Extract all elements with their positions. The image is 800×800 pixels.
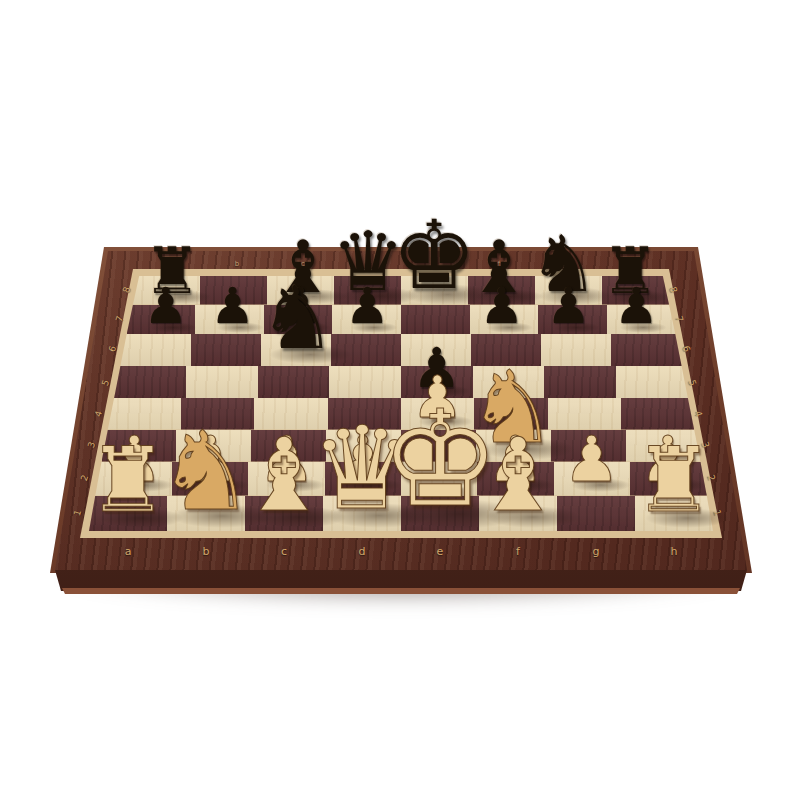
chess-board-scene: abcdefghabcdefgh8765432187654321 ♜♝♛♚♝♞♜… bbox=[0, 0, 800, 800]
black-pawn-glyph: ♟ bbox=[479, 282, 524, 332]
piece-white-bishop-f1[interactable]: ♝ bbox=[473, 425, 563, 526]
white-bishop-glyph: ♝ bbox=[473, 425, 563, 526]
piece-black-pawn-b7[interactable]: ♟ bbox=[210, 282, 255, 332]
black-pawn-glyph: ♟ bbox=[546, 282, 591, 332]
black-knight-glyph: ♞ bbox=[259, 275, 337, 362]
black-king-glyph: ♚ bbox=[391, 208, 476, 303]
piece-black-pawn-a7[interactable]: ♟ bbox=[143, 282, 188, 332]
piece-black-king-e8[interactable]: ♚ bbox=[391, 208, 476, 303]
piece-black-knight-c6[interactable]: ♞ bbox=[259, 275, 337, 362]
piece-black-pawn-d7[interactable]: ♟ bbox=[345, 282, 390, 332]
piece-black-pawn-g7[interactable]: ♟ bbox=[546, 282, 591, 332]
black-pawn-glyph: ♟ bbox=[143, 282, 188, 332]
piece-white-rook-h1[interactable]: ♜ bbox=[634, 436, 714, 526]
white-rook-glyph: ♜ bbox=[634, 436, 714, 526]
black-pawn-glyph: ♟ bbox=[614, 282, 659, 332]
white-pawn-glyph: ♟ bbox=[563, 428, 620, 491]
piece-black-pawn-h7[interactable]: ♟ bbox=[614, 282, 659, 332]
black-pawn-glyph: ♟ bbox=[345, 282, 390, 332]
piece-black-pawn-f7[interactable]: ♟ bbox=[479, 282, 524, 332]
black-pawn-glyph: ♟ bbox=[210, 282, 255, 332]
piece-white-pawn-g2[interactable]: ♟ bbox=[563, 428, 620, 491]
